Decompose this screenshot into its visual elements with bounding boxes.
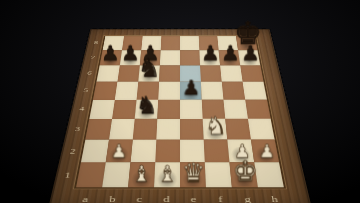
square-f7[interactable]: ♟ bbox=[199, 50, 220, 65]
square-c2[interactable] bbox=[131, 139, 157, 162]
square-g1[interactable]: ♚ bbox=[229, 162, 257, 187]
square-d1[interactable]: ♝ bbox=[154, 162, 180, 187]
square-a7[interactable]: ♟ bbox=[100, 50, 122, 65]
chess-scene: ♚♟♟♟♟♟♟♞♟♞♞♟♟♟♝♝♛♚ a1b2c3d4e5f6g7h8 bbox=[0, 0, 360, 203]
square-d2[interactable] bbox=[155, 139, 180, 162]
file-label-a: a bbox=[71, 194, 100, 203]
square-a2[interactable] bbox=[81, 139, 109, 162]
square-b3[interactable] bbox=[109, 119, 135, 140]
square-g5[interactable] bbox=[222, 82, 245, 100]
black-pawn[interactable]: ♟ bbox=[201, 44, 220, 65]
square-c6[interactable]: ♞ bbox=[138, 66, 160, 82]
square-c3[interactable] bbox=[133, 119, 158, 140]
square-b1[interactable] bbox=[102, 162, 130, 187]
square-e3[interactable] bbox=[180, 119, 204, 140]
square-e1[interactable]: ♛ bbox=[180, 162, 206, 187]
square-a3[interactable] bbox=[85, 119, 112, 140]
square-b4[interactable] bbox=[112, 99, 136, 118]
file-label-e: e bbox=[180, 194, 207, 203]
square-e8[interactable] bbox=[180, 36, 199, 50]
square-d7[interactable] bbox=[160, 50, 180, 65]
square-h1[interactable] bbox=[254, 162, 284, 187]
square-a6[interactable] bbox=[97, 66, 120, 82]
black-pawn[interactable]: ♟ bbox=[101, 44, 120, 65]
board-grid: ♚♟♟♟♟♟♟♞♟♞♞♟♟♟♝♝♛♚ bbox=[74, 36, 286, 189]
white-bishop[interactable]: ♝ bbox=[157, 163, 177, 185]
file-label-g: g bbox=[234, 194, 262, 203]
square-g3[interactable] bbox=[225, 119, 251, 140]
white-knight[interactable]: ♞ bbox=[204, 113, 226, 137]
square-f2[interactable] bbox=[204, 139, 230, 162]
file-label-d: d bbox=[153, 194, 180, 203]
file-label-f: f bbox=[207, 194, 235, 203]
black-pawn[interactable]: ♟ bbox=[182, 78, 200, 98]
square-e7[interactable] bbox=[180, 50, 200, 65]
square-b2[interactable]: ♟ bbox=[106, 139, 133, 162]
white-queen[interactable]: ♛ bbox=[181, 159, 204, 185]
square-d5[interactable] bbox=[158, 82, 180, 100]
white-bishop[interactable]: ♝ bbox=[131, 163, 151, 185]
white-king[interactable]: ♚ bbox=[232, 158, 257, 186]
square-h5[interactable] bbox=[243, 82, 267, 100]
square-f3[interactable]: ♞ bbox=[203, 119, 228, 140]
white-pawn[interactable]: ♟ bbox=[110, 142, 126, 160]
black-knight[interactable]: ♞ bbox=[135, 93, 157, 117]
square-a5[interactable] bbox=[93, 82, 117, 100]
square-h7[interactable]: ♟ bbox=[238, 50, 260, 65]
chess-board: ♚♟♟♟♟♟♟♞♟♞♞♟♟♟♝♝♛♚ a1b2c3d4e5f6g7h8 bbox=[48, 29, 312, 203]
square-d8[interactable] bbox=[161, 36, 180, 50]
square-d6[interactable] bbox=[159, 66, 180, 82]
square-h6[interactable] bbox=[240, 66, 263, 82]
black-pawn[interactable]: ♟ bbox=[241, 44, 260, 65]
square-c4[interactable]: ♞ bbox=[135, 99, 159, 118]
square-f5[interactable] bbox=[201, 82, 224, 100]
square-h4[interactable] bbox=[245, 99, 270, 118]
square-f1[interactable] bbox=[205, 162, 232, 187]
square-e5[interactable]: ♟ bbox=[180, 82, 202, 100]
file-label-h: h bbox=[260, 194, 289, 203]
file-label-b: b bbox=[98, 194, 126, 203]
square-a1[interactable] bbox=[76, 162, 106, 187]
square-f6[interactable] bbox=[200, 66, 222, 82]
square-b6[interactable] bbox=[117, 66, 139, 82]
square-d3[interactable] bbox=[156, 119, 180, 140]
file-label-c: c bbox=[125, 194, 153, 203]
black-knight[interactable]: ♞ bbox=[137, 55, 160, 80]
white-pawn[interactable]: ♟ bbox=[258, 142, 274, 160]
square-g6[interactable] bbox=[220, 66, 242, 82]
black-pawn[interactable]: ♟ bbox=[121, 44, 140, 65]
square-h3[interactable] bbox=[248, 119, 275, 140]
square-a4[interactable] bbox=[89, 99, 114, 118]
square-g7[interactable]: ♟ bbox=[219, 50, 241, 65]
square-g4[interactable] bbox=[223, 99, 247, 118]
square-e4[interactable] bbox=[180, 99, 203, 118]
black-pawn[interactable]: ♟ bbox=[221, 44, 240, 65]
square-d4[interactable] bbox=[157, 99, 180, 118]
square-c1[interactable]: ♝ bbox=[128, 162, 155, 187]
